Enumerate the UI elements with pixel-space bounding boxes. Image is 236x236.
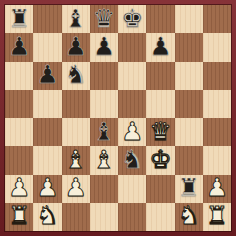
piece-white-rook-a1[interactable]: ♜ [8,203,30,228]
square-f8[interactable] [146,5,174,33]
piece-black-pawn-a7[interactable]: ♟ [8,34,30,59]
square-c2[interactable]: ♟ [62,175,90,203]
square-d5[interactable] [90,90,118,118]
square-d1[interactable] [90,203,118,231]
piece-black-pawn-c7[interactable]: ♟ [64,34,86,59]
square-g2[interactable]: ♜ [175,175,203,203]
square-h7[interactable] [203,33,231,61]
piece-black-pawn-d7[interactable]: ♟ [93,34,115,59]
square-c1[interactable] [62,203,90,231]
piece-black-knight-e3[interactable]: ♞ [121,147,143,172]
square-h1[interactable]: ♜ [203,203,231,231]
square-g8[interactable] [175,5,203,33]
piece-black-bishop-d4[interactable]: ♝ [93,119,115,144]
square-b5[interactable] [33,90,61,118]
piece-black-pawn-f7[interactable]: ♟ [149,34,171,59]
square-a3[interactable] [5,146,33,174]
square-c3[interactable]: ♝ [62,146,90,174]
square-a5[interactable] [5,90,33,118]
square-h5[interactable] [203,90,231,118]
piece-black-pawn-b6[interactable]: ♟ [36,62,58,87]
square-e8[interactable]: ♚ [118,5,146,33]
square-b8[interactable] [33,5,61,33]
square-c8[interactable]: ♝ [62,5,90,33]
square-e5[interactable] [118,90,146,118]
square-h2[interactable]: ♟ [203,175,231,203]
piece-white-pawn-e4[interactable]: ♟ [121,119,143,144]
square-e6[interactable] [118,62,146,90]
square-a1[interactable]: ♜ [5,203,33,231]
square-g1[interactable]: ♞ [175,203,203,231]
piece-white-queen-f4[interactable]: ♛ [149,119,171,144]
piece-white-bishop-c3[interactable]: ♝ [64,147,86,172]
square-b7[interactable] [33,33,61,61]
piece-white-pawn-a2[interactable]: ♟ [8,175,30,200]
square-b3[interactable] [33,146,61,174]
square-c4[interactable] [62,118,90,146]
piece-white-knight-g1[interactable]: ♞ [177,203,199,228]
piece-black-rook-a8[interactable]: ♜ [8,6,30,31]
square-b4[interactable] [33,118,61,146]
square-e7[interactable] [118,33,146,61]
square-f5[interactable] [146,90,174,118]
chess-board: ♜♝♛♚♟♟♟♟♟♞♝♟♛♝♝♞♚♟♟♟♜♟♜♞♞♜ [5,5,231,231]
piece-white-pawn-c2[interactable]: ♟ [64,175,86,200]
square-c5[interactable] [62,90,90,118]
piece-black-king-e8[interactable]: ♚ [121,6,143,31]
square-d3[interactable]: ♝ [90,146,118,174]
square-b6[interactable]: ♟ [33,62,61,90]
square-e3[interactable]: ♞ [118,146,146,174]
square-d6[interactable] [90,62,118,90]
square-g6[interactable] [175,62,203,90]
square-h4[interactable] [203,118,231,146]
square-h6[interactable] [203,62,231,90]
square-f3[interactable]: ♚ [146,146,174,174]
piece-white-pawn-h2[interactable]: ♟ [206,175,228,200]
square-a6[interactable] [5,62,33,90]
square-b1[interactable]: ♞ [33,203,61,231]
square-d4[interactable]: ♝ [90,118,118,146]
square-g7[interactable] [175,33,203,61]
square-f7[interactable]: ♟ [146,33,174,61]
square-a2[interactable]: ♟ [5,175,33,203]
square-h8[interactable] [203,5,231,33]
square-a4[interactable] [5,118,33,146]
piece-white-bishop-d3[interactable]: ♝ [93,147,115,172]
square-f4[interactable]: ♛ [146,118,174,146]
square-e4[interactable]: ♟ [118,118,146,146]
square-g3[interactable] [175,146,203,174]
square-g4[interactable] [175,118,203,146]
square-c7[interactable]: ♟ [62,33,90,61]
board-frame: ♜♝♛♚♟♟♟♟♟♞♝♟♛♝♝♞♚♟♟♟♜♟♜♞♞♜ [0,0,236,236]
piece-black-knight-c6[interactable]: ♞ [64,62,86,87]
square-g5[interactable] [175,90,203,118]
square-e1[interactable] [118,203,146,231]
square-h3[interactable] [203,146,231,174]
piece-white-rook-h1[interactable]: ♜ [206,203,228,228]
square-a8[interactable]: ♜ [5,5,33,33]
square-d8[interactable]: ♛ [90,5,118,33]
square-e2[interactable] [118,175,146,203]
piece-black-queen-d8[interactable]: ♛ [93,6,115,31]
square-d7[interactable]: ♟ [90,33,118,61]
piece-white-king-f3[interactable]: ♚ [149,147,171,172]
square-f2[interactable] [146,175,174,203]
square-b2[interactable]: ♟ [33,175,61,203]
square-f1[interactable] [146,203,174,231]
square-a7[interactable]: ♟ [5,33,33,61]
piece-black-bishop-c8[interactable]: ♝ [64,6,86,31]
piece-white-pawn-b2[interactable]: ♟ [36,175,58,200]
piece-black-rook-g2[interactable]: ♜ [177,175,199,200]
square-f6[interactable] [146,62,174,90]
piece-white-knight-b1[interactable]: ♞ [36,203,58,228]
square-d2[interactable] [90,175,118,203]
square-c6[interactable]: ♞ [62,62,90,90]
